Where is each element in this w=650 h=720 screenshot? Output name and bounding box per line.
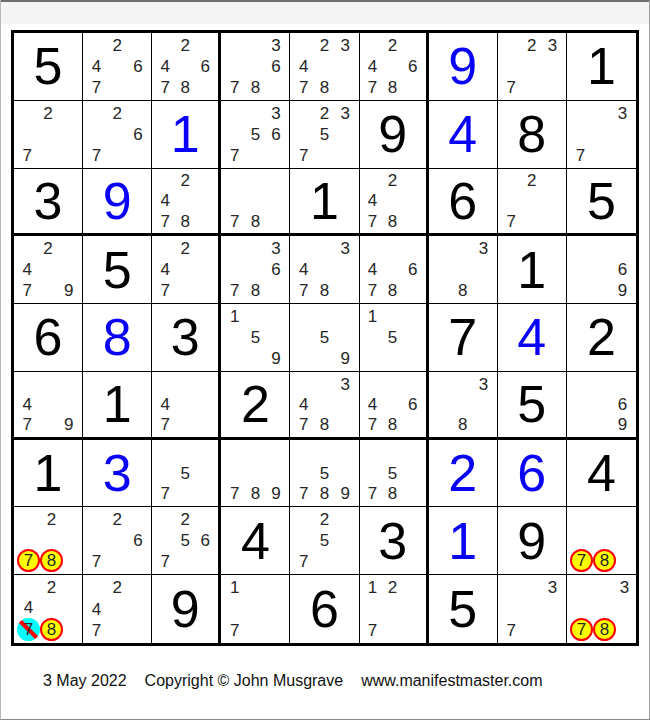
candidate-4: 4 <box>363 394 383 414</box>
candidate-4: 4 <box>155 259 175 280</box>
cell-r5c3[interactable]: 3 <box>152 304 221 372</box>
given-digit: 3 <box>171 311 200 363</box>
candidate-2: 2 <box>175 35 195 56</box>
candidate-3: 3 <box>335 238 356 259</box>
candidate-7: 7 <box>293 414 314 434</box>
cell-r2c5[interactable]: 2357 <box>290 101 359 169</box>
candidate-7: 7 <box>155 484 175 505</box>
candidate-8: 8 <box>314 77 335 98</box>
given-digit: 1 <box>517 244 546 296</box>
candidate-7: 7 <box>570 145 591 166</box>
cell-r5c1[interactable]: 6 <box>14 304 83 372</box>
cell-r2c8[interactable]: 8 <box>498 101 567 169</box>
candidate-4: 4 <box>86 598 107 619</box>
cell-r3c5[interactable]: 1 <box>290 169 359 237</box>
pencil-marks: 27 <box>17 103 79 166</box>
window-chrome-strip <box>1 0 649 24</box>
cell-r1c1[interactable]: 5 <box>14 33 83 101</box>
candidate-5: 5 <box>175 530 195 551</box>
cell-r8c8[interactable]: 9 <box>498 507 567 575</box>
pencil-marks: 2567 <box>155 509 215 572</box>
cell-r9c9[interactable]: 378 <box>567 575 636 643</box>
cell-r8c2[interactable]: 267 <box>83 507 152 575</box>
candidate-7: 7 <box>363 77 383 98</box>
candidate-7: 7 <box>86 145 107 166</box>
cell-r9c8[interactable]: 37 <box>498 575 567 643</box>
cell-r4c2[interactable]: 5 <box>83 236 152 304</box>
candidate-3: 3 <box>335 374 356 394</box>
candidate-7: 7 <box>86 551 107 572</box>
candidate-8: 8 <box>175 211 195 231</box>
pencil-marks: 278 <box>17 509 79 572</box>
pencil-marks: 3478 <box>293 238 355 301</box>
given-digit: 2 <box>241 378 270 430</box>
candidate-9: 9 <box>612 414 633 434</box>
solved-digit: 2 <box>448 447 477 499</box>
pencil-marks: 15 <box>363 306 423 369</box>
candidate-4: 4 <box>155 191 175 211</box>
cell-r1c5[interactable]: 23478 <box>290 33 359 101</box>
pencil-marks: 78 <box>224 171 286 232</box>
given-digit: 4 <box>241 515 270 567</box>
candidate-2: 2 <box>175 171 195 191</box>
solved-digit: 9 <box>448 40 477 92</box>
pencil-marks: 247 <box>86 577 148 641</box>
pencil-marks: 4678 <box>363 374 423 435</box>
candidate-7: 7 <box>86 77 107 98</box>
pencil-marks: 2479 <box>17 238 79 301</box>
candidate-2: 2 <box>521 35 542 56</box>
candidate-7: 7 <box>17 414 38 434</box>
cell-r3c6[interactable]: 2478 <box>360 169 429 237</box>
cell-r1c6[interactable]: 24678 <box>360 33 429 101</box>
cell-r3c7[interactable]: 6 <box>429 169 498 237</box>
pencil-marks: 479 <box>17 374 79 435</box>
candidate-9: 9 <box>335 348 356 369</box>
candidate-4: 4 <box>363 259 383 280</box>
cell-r3c4[interactable]: 78 <box>221 169 290 237</box>
candidate-2: 2 <box>107 577 128 598</box>
given-digit: 5 <box>103 244 132 296</box>
pencil-marks: 47 <box>155 374 215 435</box>
candidate-6: 6 <box>128 530 149 551</box>
cell-r9c1[interactable]: 2478 <box>14 575 83 643</box>
cell-r3c8[interactable]: 27 <box>498 169 567 237</box>
candidate-5: 5 <box>314 530 335 551</box>
cell-r3c1[interactable]: 3 <box>14 169 83 237</box>
candidate-5: 5 <box>314 124 335 145</box>
cell-r7c2[interactable]: 3 <box>83 440 152 508</box>
candidate-2: 2 <box>383 577 403 598</box>
pencil-marks: 38 <box>432 374 494 435</box>
cell-r1c9[interactable]: 1 <box>567 33 636 101</box>
pencil-marks: 378 <box>570 577 633 641</box>
candidate-3: 3 <box>473 374 494 394</box>
solved-digit: 1 <box>448 515 477 567</box>
candidate-7: 7 <box>501 620 522 641</box>
candidate-3: 3 <box>266 103 287 124</box>
candidate-1: 1 <box>224 306 245 327</box>
cell-r2c1[interactable]: 27 <box>14 101 83 169</box>
cell-r9c3[interactable]: 9 <box>152 575 221 643</box>
pencil-marks: 57 <box>155 442 215 505</box>
candidate-3: 3 <box>473 238 494 259</box>
given-digit: 5 <box>34 40 63 92</box>
cell-r7c9[interactable]: 4 <box>567 440 636 508</box>
candidate-7: 7 <box>155 280 175 301</box>
candidate-8: 8 <box>245 77 266 98</box>
candidate-3: 3 <box>542 577 563 598</box>
candidate-8-highlighted: 8 <box>593 618 616 641</box>
candidate-2: 2 <box>38 103 59 124</box>
cell-r7c4[interactable]: 789 <box>221 440 290 508</box>
candidate-7: 7 <box>293 77 314 98</box>
candidate-8: 8 <box>383 484 403 505</box>
candidate-3: 3 <box>266 238 287 259</box>
cell-r6c4[interactable]: 2 <box>221 372 290 440</box>
candidate-7: 7 <box>293 280 314 301</box>
cell-r2c4[interactable]: 3567 <box>221 101 290 169</box>
given-digit: 4 <box>587 447 616 499</box>
cell-r6c8[interactable]: 5 <box>498 372 567 440</box>
candidate-6: 6 <box>266 259 287 280</box>
cell-r6c5[interactable]: 3478 <box>290 372 359 440</box>
given-digit: 6 <box>310 583 339 635</box>
pencil-marks: 27 <box>501 171 563 232</box>
candidate-1: 1 <box>224 577 245 598</box>
cell-r5c2[interactable]: 8 <box>83 304 152 372</box>
candidate-7: 7 <box>224 145 245 166</box>
candidate-9: 9 <box>58 414 79 434</box>
candidate-6: 6 <box>403 56 423 77</box>
pencil-marks: 159 <box>224 306 286 369</box>
pencil-marks: 69 <box>570 374 633 435</box>
candidate-5: 5 <box>314 327 335 348</box>
candidate-2: 2 <box>107 35 128 56</box>
candidate-7: 7 <box>155 211 175 231</box>
pencil-marks: 247 <box>155 238 215 301</box>
candidate-7: 7 <box>224 484 245 505</box>
cell-r9c4[interactable]: 17 <box>221 575 290 643</box>
candidate-1: 1 <box>363 577 383 598</box>
candidate-7: 7 <box>501 77 522 98</box>
cell-r7c8[interactable]: 6 <box>498 440 567 508</box>
candidate-5: 5 <box>383 463 403 484</box>
cell-r2c3[interactable]: 1 <box>152 101 221 169</box>
candidate-4: 4 <box>155 56 175 77</box>
pencil-marks: 37 <box>570 103 633 166</box>
cell-r7c6[interactable]: 578 <box>360 440 429 508</box>
cell-r1c7[interactable]: 9 <box>429 33 498 101</box>
cell-r3c9[interactable]: 5 <box>567 169 636 237</box>
candidate-8: 8 <box>245 484 266 505</box>
candidate-9: 9 <box>266 348 287 369</box>
candidate-3: 3 <box>612 103 633 124</box>
candidate-7: 7 <box>17 145 38 166</box>
solved-digit: 3 <box>103 447 132 499</box>
cell-r1c8[interactable]: 237 <box>498 33 567 101</box>
pencil-marks: 24678 <box>363 35 423 98</box>
cell-r4c5[interactable]: 3478 <box>290 236 359 304</box>
cell-r4c3[interactable]: 247 <box>152 236 221 304</box>
cell-r4c6[interactable]: 4678 <box>360 236 429 304</box>
candidate-5: 5 <box>383 327 403 348</box>
candidate-4: 4 <box>17 259 38 280</box>
cell-r9c6[interactable]: 127 <box>360 575 429 643</box>
candidate-6: 6 <box>266 124 287 145</box>
candidate-9: 9 <box>335 484 356 505</box>
cell-r1c3[interactable]: 24678 <box>152 33 221 101</box>
candidate-7: 7 <box>293 484 314 505</box>
candidate-6: 6 <box>403 259 423 280</box>
candidate-6: 6 <box>612 259 633 280</box>
candidate-4: 4 <box>17 598 40 618</box>
candidate-7: 7 <box>17 280 38 301</box>
candidate-3: 3 <box>542 35 563 56</box>
candidate-8: 8 <box>452 280 473 301</box>
candidate-4: 4 <box>363 56 383 77</box>
footer-date: 3 May 2022 <box>43 672 127 690</box>
candidate-2: 2 <box>107 509 128 530</box>
pencil-marks: 789 <box>224 442 286 505</box>
given-digit: 3 <box>378 515 407 567</box>
candidate-8: 8 <box>314 484 335 505</box>
candidate-7: 7 <box>155 77 175 98</box>
candidate-7: 7 <box>363 484 383 505</box>
given-digit: 9 <box>378 108 407 160</box>
cell-r9c7[interactable]: 5 <box>429 575 498 643</box>
candidate-6: 6 <box>128 56 149 77</box>
candidate-8: 8 <box>314 414 335 434</box>
cell-r9c5[interactable]: 6 <box>290 575 359 643</box>
candidate-7: 7 <box>363 414 383 434</box>
cell-r5c6[interactable]: 15 <box>360 304 429 372</box>
candidate-6: 6 <box>266 56 287 77</box>
candidate-7: 7 <box>363 211 383 231</box>
candidate-8-highlighted: 8 <box>40 618 63 641</box>
pencil-marks: 3478 <box>293 374 355 435</box>
sudoku-board: 5246724678367823478246789237127267135672… <box>11 30 639 646</box>
candidate-8: 8 <box>383 77 403 98</box>
cell-r7c3[interactable]: 57 <box>152 440 221 508</box>
cell-r6c6[interactable]: 4678 <box>360 372 429 440</box>
cell-r4c7[interactable]: 38 <box>429 236 498 304</box>
candidate-4: 4 <box>86 56 107 77</box>
candidate-7-eliminated: 7 <box>17 618 40 641</box>
candidate-4: 4 <box>293 56 314 77</box>
candidate-4: 4 <box>155 394 175 414</box>
cell-r3c3[interactable]: 2478 <box>152 169 221 237</box>
candidate-7: 7 <box>86 620 107 641</box>
candidate-7: 7 <box>501 211 522 231</box>
cell-r7c5[interactable]: 5789 <box>290 440 359 508</box>
candidate-4: 4 <box>293 259 314 280</box>
given-digit: 1 <box>103 378 132 430</box>
given-digit: 2 <box>587 311 616 363</box>
given-digit: 1 <box>310 175 339 227</box>
pencil-marks: 267 <box>86 103 148 166</box>
given-digit: 9 <box>171 583 200 635</box>
cell-r8c5[interactable]: 257 <box>290 507 359 575</box>
candidate-2: 2 <box>383 171 403 191</box>
candidate-4: 4 <box>363 191 383 211</box>
pencil-marks: 2478 <box>17 577 79 641</box>
cell-r2c9[interactable]: 37 <box>567 101 636 169</box>
pencil-marks: 2478 <box>155 171 215 232</box>
candidate-2: 2 <box>314 103 335 124</box>
candidate-6: 6 <box>195 530 215 551</box>
cell-r6c2[interactable]: 1 <box>83 372 152 440</box>
cell-r6c3[interactable]: 47 <box>152 372 221 440</box>
candidate-5: 5 <box>314 463 335 484</box>
candidate-2: 2 <box>175 509 195 530</box>
candidate-2: 2 <box>40 509 63 529</box>
candidate-8-highlighted: 8 <box>40 549 63 572</box>
cell-r3c2[interactable]: 9 <box>83 169 152 237</box>
cell-r4c4[interactable]: 3678 <box>221 236 290 304</box>
candidate-9: 9 <box>58 280 79 301</box>
pencil-marks: 24678 <box>155 35 215 98</box>
candidate-2: 2 <box>40 577 63 597</box>
cell-r5c9[interactable]: 2 <box>567 304 636 372</box>
candidate-3: 3 <box>335 103 356 124</box>
candidate-5: 5 <box>175 463 195 484</box>
candidate-6: 6 <box>128 124 149 145</box>
candidate-3: 3 <box>335 35 356 56</box>
candidate-7: 7 <box>363 280 383 301</box>
cell-r5c4[interactable]: 159 <box>221 304 290 372</box>
pencil-marks: 3567 <box>224 103 286 166</box>
given-digit: 1 <box>34 447 63 499</box>
cell-r8c6[interactable]: 3 <box>360 507 429 575</box>
pencil-marks: 257 <box>293 509 355 572</box>
candidate-8: 8 <box>175 77 195 98</box>
candidate-7: 7 <box>363 620 383 641</box>
cell-r6c1[interactable]: 479 <box>14 372 83 440</box>
candidate-9: 9 <box>266 484 287 505</box>
cell-r1c2[interactable]: 2467 <box>83 33 152 101</box>
candidate-8: 8 <box>383 280 403 301</box>
candidate-6: 6 <box>612 394 633 414</box>
given-digit: 8 <box>517 108 546 160</box>
solved-digit: 4 <box>448 108 477 160</box>
given-digit: 6 <box>34 311 63 363</box>
candidate-7-highlighted: 7 <box>570 549 593 572</box>
candidate-2: 2 <box>383 35 403 56</box>
cell-r8c1[interactable]: 278 <box>14 507 83 575</box>
sudoku-page: 5246724678367823478246789237127267135672… <box>0 0 650 720</box>
candidate-7: 7 <box>224 620 245 641</box>
candidate-1: 1 <box>363 306 383 327</box>
cell-r4c1[interactable]: 2479 <box>14 236 83 304</box>
pencil-marks: 267 <box>86 509 148 572</box>
pencil-marks: 37 <box>501 577 563 641</box>
cell-r8c9[interactable]: 78 <box>567 507 636 575</box>
pencil-marks: 23478 <box>293 35 355 98</box>
candidate-7: 7 <box>224 77 245 98</box>
cell-r5c5[interactable]: 59 <box>290 304 359 372</box>
candidate-2: 2 <box>107 103 128 124</box>
candidate-8: 8 <box>245 211 266 231</box>
pencil-marks: 2478 <box>363 171 423 232</box>
pencil-marks: 59 <box>293 306 355 369</box>
candidate-8: 8 <box>452 414 473 434</box>
pencil-marks: 3678 <box>224 35 286 98</box>
cell-r5c7[interactable]: 7 <box>429 304 498 372</box>
candidate-8: 8 <box>314 280 335 301</box>
candidate-7: 7 <box>293 145 314 166</box>
given-digit: 9 <box>517 515 546 567</box>
pencil-marks: 69 <box>570 238 633 301</box>
cell-r6c9[interactable]: 69 <box>567 372 636 440</box>
footer-url: www.manifestmaster.com <box>361 672 542 690</box>
pencil-marks: 578 <box>363 442 423 505</box>
pencil-marks: 17 <box>224 577 286 641</box>
candidate-7: 7 <box>155 414 175 434</box>
cell-r7c1[interactable]: 1 <box>14 440 83 508</box>
cell-r4c9[interactable]: 69 <box>567 236 636 304</box>
cell-r5c8[interactable]: 4 <box>498 304 567 372</box>
cell-r2c6[interactable]: 9 <box>360 101 429 169</box>
cell-r1c4[interactable]: 3678 <box>221 33 290 101</box>
cell-r4c8[interactable]: 1 <box>498 236 567 304</box>
pencil-marks: 3678 <box>224 238 286 301</box>
candidate-3: 3 <box>616 577 633 597</box>
candidate-7-highlighted: 7 <box>17 549 40 572</box>
solved-digit: 8 <box>103 311 132 363</box>
candidate-7: 7 <box>224 280 245 301</box>
cell-r6c7[interactable]: 38 <box>429 372 498 440</box>
given-digit: 1 <box>587 40 616 92</box>
given-digit: 5 <box>448 583 477 635</box>
footer: 3 May 2022 Copyright © John Musgrave www… <box>43 672 649 690</box>
candidate-7: 7 <box>155 551 175 572</box>
pencil-marks: 78 <box>570 509 633 572</box>
candidate-8: 8 <box>245 280 266 301</box>
pencil-marks: 4678 <box>363 238 423 301</box>
candidate-2: 2 <box>314 35 335 56</box>
cell-r7c7[interactable]: 2 <box>429 440 498 508</box>
cell-r9c2[interactable]: 247 <box>83 575 152 643</box>
candidate-2: 2 <box>175 238 195 259</box>
given-digit: 3 <box>34 175 63 227</box>
pencil-marks: 2467 <box>86 35 148 98</box>
cell-r8c7[interactable]: 1 <box>429 507 498 575</box>
given-digit: 6 <box>448 175 477 227</box>
candidate-4: 4 <box>17 394 38 414</box>
candidate-5: 5 <box>245 327 266 348</box>
candidate-5: 5 <box>245 124 266 145</box>
footer-copyright: Copyright © John Musgrave <box>145 672 344 690</box>
candidate-7: 7 <box>224 211 245 231</box>
cell-r8c3[interactable]: 2567 <box>152 507 221 575</box>
solved-digit: 1 <box>171 108 200 160</box>
candidate-8-highlighted: 8 <box>593 549 616 572</box>
candidate-6: 6 <box>403 394 423 414</box>
candidate-6: 6 <box>195 56 215 77</box>
cell-r8c4[interactable]: 4 <box>221 507 290 575</box>
candidate-9: 9 <box>612 280 633 301</box>
candidate-8: 8 <box>383 211 403 231</box>
solved-digit: 6 <box>517 447 546 499</box>
candidate-2: 2 <box>314 509 335 530</box>
solved-digit: 9 <box>103 175 132 227</box>
candidate-7-highlighted: 7 <box>570 618 593 641</box>
pencil-marks: 127 <box>363 577 423 641</box>
cell-r2c2[interactable]: 267 <box>83 101 152 169</box>
candidate-8: 8 <box>383 414 403 434</box>
cell-r2c7[interactable]: 4 <box>429 101 498 169</box>
